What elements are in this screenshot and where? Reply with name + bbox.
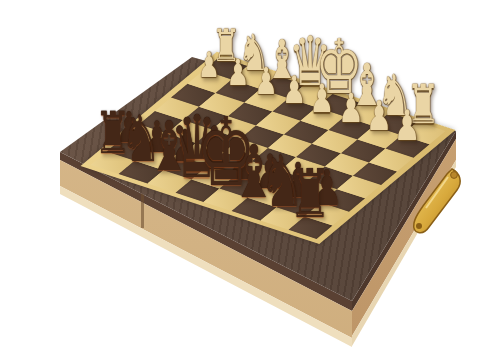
chess-set-photo: ♜♞♝♛♚♝♞♜♟♟♟♟♟♟♟♟♟♟♟♟♟♟♟♟♜♞♝♛♚♝♞♜ xyxy=(0,0,500,355)
piece-white-pawn-g2[interactable]: ♟ xyxy=(366,96,392,137)
pieces-layer: ♜♞♝♛♚♝♞♜♟♟♟♟♟♟♟♟♟♟♟♟♟♟♟♟♜♞♝♛♚♝♞♜ xyxy=(0,0,500,355)
piece-white-pawn-a2[interactable]: ♟ xyxy=(198,47,220,82)
piece-white-pawn-e2[interactable]: ♟ xyxy=(310,80,335,119)
piece-black-rook-h8[interactable]: ♜ xyxy=(289,161,332,228)
piece-white-pawn-b2[interactable]: ♟ xyxy=(226,55,249,91)
piece-white-pawn-d2[interactable]: ♟ xyxy=(282,72,306,110)
piece-white-pawn-f2[interactable]: ♟ xyxy=(338,88,363,128)
piece-white-pawn-c2[interactable]: ♟ xyxy=(254,63,278,100)
piece-white-pawn-h2[interactable]: ♟ xyxy=(394,104,421,146)
